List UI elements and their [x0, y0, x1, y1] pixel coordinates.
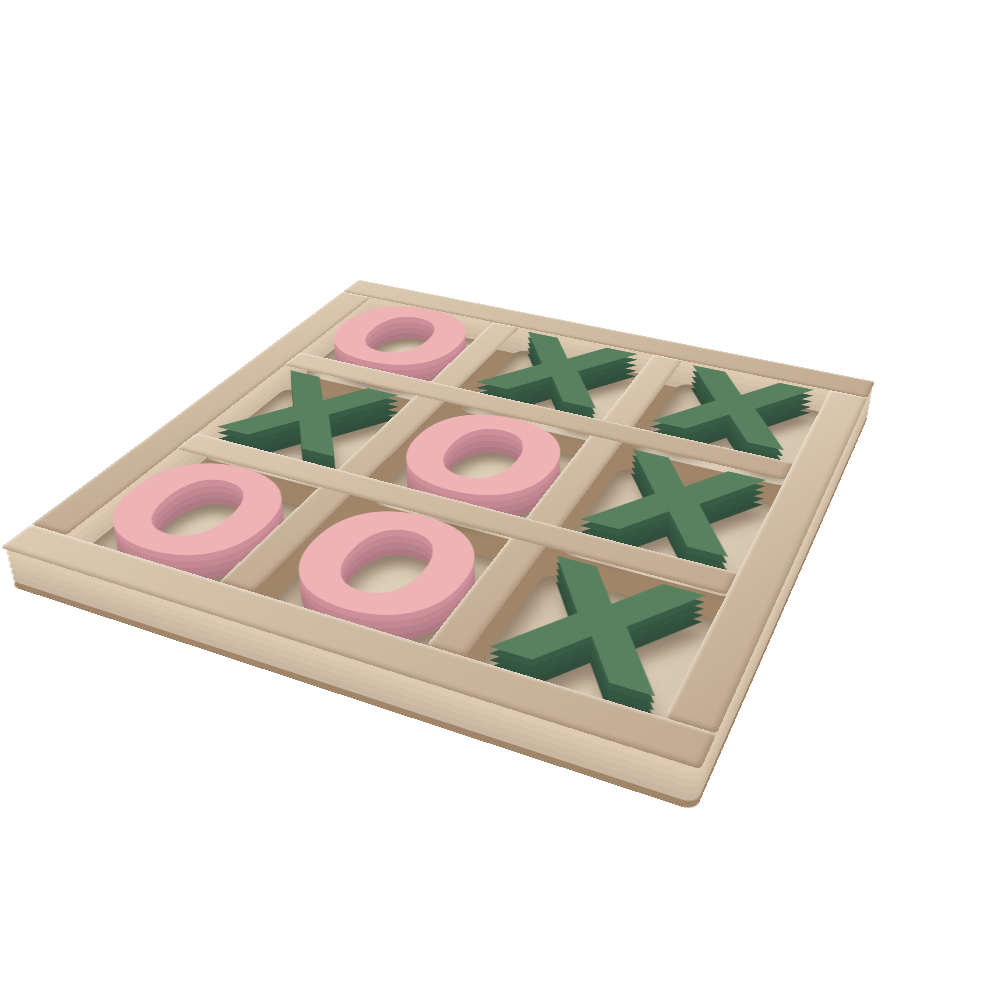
- tictactoe-board: OOOOOXXXXXXXXXXXXXXXOOOOOXXXXXOOOOOOOOOO…: [10, 310, 869, 811]
